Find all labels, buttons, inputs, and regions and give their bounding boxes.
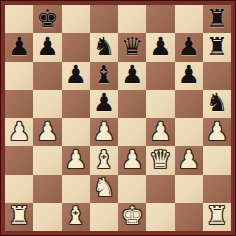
piece-white-pawn-d4[interactable]: ♟	[93, 119, 115, 144]
square-a6[interactable]	[5, 62, 33, 90]
square-a2[interactable]	[5, 175, 33, 203]
square-c1[interactable]: ♝	[62, 203, 90, 231]
square-f4[interactable]: ♟	[146, 118, 174, 146]
piece-black-pawn-g6[interactable]: ♟	[177, 62, 199, 87]
square-a1[interactable]: ♜	[5, 203, 33, 231]
square-h7[interactable]: ♜	[203, 33, 231, 61]
square-h8[interactable]: ♜	[203, 5, 231, 33]
piece-white-pawn-h4[interactable]: ♟	[206, 119, 228, 144]
piece-white-bishop-c1[interactable]: ♝	[64, 203, 86, 228]
square-g3[interactable]: ♟	[175, 146, 203, 174]
piece-black-pawn-c6[interactable]: ♟	[64, 62, 86, 87]
square-g2[interactable]	[175, 175, 203, 203]
square-f1[interactable]	[146, 203, 174, 231]
square-h4[interactable]: ♟	[203, 118, 231, 146]
piece-white-pawn-b4[interactable]: ♟	[36, 119, 58, 144]
square-d2[interactable]: ♞	[90, 175, 118, 203]
square-a8[interactable]	[5, 5, 33, 33]
piece-white-rook-a1[interactable]: ♜	[8, 203, 30, 228]
piece-white-knight-d2[interactable]: ♞	[93, 175, 115, 200]
piece-white-bishop-d3[interactable]: ♝	[93, 147, 115, 172]
piece-white-rook-h1[interactable]: ♜	[206, 203, 228, 228]
square-e1[interactable]: ♚	[118, 203, 146, 231]
square-b5[interactable]	[33, 90, 61, 118]
square-c8[interactable]	[62, 5, 90, 33]
square-a7[interactable]: ♟	[5, 33, 33, 61]
piece-black-pawn-g7[interactable]: ♟	[177, 34, 199, 59]
piece-black-bishop-d6[interactable]: ♝	[93, 62, 115, 87]
square-c7[interactable]	[62, 33, 90, 61]
square-f5[interactable]	[146, 90, 174, 118]
square-g8[interactable]	[175, 5, 203, 33]
square-g1[interactable]	[175, 203, 203, 231]
square-e8[interactable]	[118, 5, 146, 33]
square-e3[interactable]: ♟	[118, 146, 146, 174]
chess-board-frame: ♚♜♟♟♞♛♟♟♜♟♝♟♟♟♞♟♟♟♟♟♟♝♟♛♟♞♜♝♚♜	[0, 0, 236, 236]
square-d6[interactable]: ♝	[90, 62, 118, 90]
square-c3[interactable]: ♟	[62, 146, 90, 174]
piece-white-pawn-g3[interactable]: ♟	[177, 147, 199, 172]
piece-black-knight-h5[interactable]: ♞	[206, 90, 228, 115]
square-b4[interactable]: ♟	[33, 118, 61, 146]
piece-white-pawn-a4[interactable]: ♟	[8, 119, 30, 144]
square-c4[interactable]	[62, 118, 90, 146]
piece-black-rook-h7[interactable]: ♜	[206, 34, 228, 59]
square-d3[interactable]: ♝	[90, 146, 118, 174]
square-f7[interactable]: ♟	[146, 33, 174, 61]
square-b1[interactable]	[33, 203, 61, 231]
square-c5[interactable]	[62, 90, 90, 118]
square-a3[interactable]	[5, 146, 33, 174]
square-e4[interactable]	[118, 118, 146, 146]
square-e5[interactable]	[118, 90, 146, 118]
piece-white-queen-f3[interactable]: ♛	[149, 147, 171, 172]
piece-black-pawn-b7[interactable]: ♟	[36, 34, 58, 59]
square-c2[interactable]	[62, 175, 90, 203]
square-a4[interactable]: ♟	[5, 118, 33, 146]
square-d4[interactable]: ♟	[90, 118, 118, 146]
square-e2[interactable]	[118, 175, 146, 203]
square-h6[interactable]	[203, 62, 231, 90]
square-d7[interactable]: ♞	[90, 33, 118, 61]
square-b2[interactable]	[33, 175, 61, 203]
piece-white-pawn-e3[interactable]: ♟	[121, 147, 143, 172]
square-g4[interactable]	[175, 118, 203, 146]
piece-black-rook-h8[interactable]: ♜	[206, 6, 228, 31]
square-e6[interactable]: ♟	[118, 62, 146, 90]
square-h1[interactable]: ♜	[203, 203, 231, 231]
square-d5[interactable]: ♟	[90, 90, 118, 118]
piece-black-pawn-e6[interactable]: ♟	[121, 62, 143, 87]
square-h3[interactable]	[203, 146, 231, 174]
square-g6[interactable]: ♟	[175, 62, 203, 90]
square-b6[interactable]	[33, 62, 61, 90]
piece-black-knight-d7[interactable]: ♞	[93, 34, 115, 59]
piece-black-queen-e7[interactable]: ♛	[121, 34, 143, 59]
piece-white-pawn-f4[interactable]: ♟	[149, 119, 171, 144]
piece-black-king-b8[interactable]: ♚	[36, 6, 58, 31]
square-a5[interactable]	[5, 90, 33, 118]
square-h5[interactable]: ♞	[203, 90, 231, 118]
square-b8[interactable]: ♚	[33, 5, 61, 33]
square-f3[interactable]: ♛	[146, 146, 174, 174]
chess-board: ♚♜♟♟♞♛♟♟♜♟♝♟♟♟♞♟♟♟♟♟♟♝♟♛♟♞♜♝♚♜	[5, 5, 231, 231]
square-b3[interactable]	[33, 146, 61, 174]
square-h2[interactable]	[203, 175, 231, 203]
square-d1[interactable]	[90, 203, 118, 231]
piece-black-pawn-d5[interactable]: ♟	[93, 90, 115, 115]
square-g7[interactable]: ♟	[175, 33, 203, 61]
square-f2[interactable]	[146, 175, 174, 203]
square-f8[interactable]	[146, 5, 174, 33]
square-g5[interactable]	[175, 90, 203, 118]
square-f6[interactable]	[146, 62, 174, 90]
square-c6[interactable]: ♟	[62, 62, 90, 90]
square-e7[interactable]: ♛	[118, 33, 146, 61]
square-d8[interactable]	[90, 5, 118, 33]
piece-white-pawn-c3[interactable]: ♟	[64, 147, 86, 172]
piece-black-pawn-f7[interactable]: ♟	[149, 34, 171, 59]
piece-white-king-e1[interactable]: ♚	[121, 203, 143, 228]
square-b7[interactable]: ♟	[33, 33, 61, 61]
piece-black-pawn-a7[interactable]: ♟	[8, 34, 30, 59]
